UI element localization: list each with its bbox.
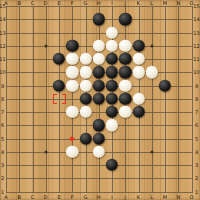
coord-label-right: 2 [195,176,198,181]
coord-label-bottom: O [190,194,194,199]
star-point [44,44,47,47]
black-stone[interactable] [132,106,144,118]
coord-label-bottom: G [84,194,88,199]
coord-label-right: 5 [195,136,198,141]
grid-line-horizontal [6,165,193,166]
marker-corner-bracket [53,100,57,104]
coord-label-right: 14 [193,17,199,22]
marker-corner-bracket [62,100,66,104]
coord-label-bottom: H [97,194,101,199]
coord-label-left: 11 [0,57,6,62]
coord-label-right: 4 [195,149,198,154]
black-stone[interactable] [53,53,65,65]
white-stone[interactable] [93,40,105,52]
black-stone[interactable] [106,79,118,91]
coord-label-bottom: E [57,194,60,199]
black-stone[interactable] [79,132,91,144]
coord-label-bottom: K [137,194,140,199]
white-stone[interactable] [132,66,144,78]
black-stone[interactable] [66,40,78,52]
coord-label-right: 3 [195,163,198,168]
white-stone[interactable] [66,66,78,78]
coord-label-left: 15 [0,4,6,9]
black-stone[interactable] [53,79,65,91]
coord-label-top: J [125,0,126,5]
coord-label-left: 1 [1,189,4,194]
coord-label-top: I [111,0,112,5]
coord-label-left: 3 [1,163,4,168]
coord-label-left: 7 [1,110,4,115]
coord-label-bottom: J [125,194,126,199]
white-stone[interactable] [79,66,91,78]
white-stone[interactable] [119,40,131,52]
black-stone[interactable] [93,79,105,91]
coord-label-bottom: A [4,194,7,199]
white-stone[interactable] [66,53,78,65]
coord-label-bottom: B [18,194,21,199]
black-stone[interactable] [106,53,118,65]
marker-diamond [69,136,75,142]
coord-label-right: 8 [195,96,198,101]
coord-label-top: E [57,0,60,5]
coord-label-left: 14 [0,17,6,22]
coord-label-left: 12 [0,43,6,48]
white-stone[interactable] [66,79,78,91]
coord-label-right: 15 [193,4,199,9]
coord-label-top: B [18,0,21,5]
white-stone[interactable] [146,66,158,78]
black-stone[interactable] [93,119,105,131]
black-stone[interactable] [93,13,105,25]
grid-line-horizontal [6,178,193,179]
black-stone[interactable] [93,66,105,78]
star-point [44,150,47,153]
star-point [150,44,153,47]
white-stone[interactable] [106,119,118,131]
white-stone[interactable] [93,53,105,65]
black-stone[interactable] [119,53,131,65]
coord-label-right: 9 [195,83,198,88]
black-stone[interactable] [132,40,144,52]
black-stone[interactable] [93,132,105,144]
black-stone[interactable] [106,93,118,105]
white-stone[interactable] [132,93,144,105]
black-stone[interactable] [106,106,118,118]
white-stone[interactable] [79,106,91,118]
black-stone[interactable] [159,79,171,91]
star-point [150,150,153,153]
coord-label-right: 13 [193,30,199,35]
black-stone[interactable] [106,159,118,171]
coord-label-left: 13 [0,30,6,35]
marker-corner-bracket [53,94,57,98]
coord-label-top: D [44,0,48,5]
white-stone[interactable] [79,53,91,65]
white-stone[interactable] [119,106,131,118]
coord-label-right: 12 [193,43,199,48]
coord-label-top: G [84,0,88,5]
white-stone[interactable] [106,40,118,52]
coord-label-top: C [31,0,35,5]
white-stone[interactable] [106,26,118,38]
coord-label-top: F [71,0,74,5]
coord-label-bottom: D [44,194,48,199]
black-stone[interactable] [119,66,131,78]
black-stone[interactable] [106,66,118,78]
go-board[interactable]: AABBCCDDEEFFGGHHIIJJKKLLMMNNOO1515141413… [0,0,200,200]
coord-label-bottom: F [71,194,74,199]
coord-label-top: K [137,0,140,5]
white-stone[interactable] [79,79,91,91]
black-stone[interactable] [79,93,91,105]
white-stone[interactable] [93,146,105,158]
coord-label-top: N [176,0,180,5]
white-stone[interactable] [66,106,78,118]
coord-label-bottom: M [163,194,167,199]
black-stone[interactable] [93,93,105,105]
coord-label-left: 4 [1,149,4,154]
coord-label-bottom: L [150,194,153,199]
black-stone[interactable] [119,13,131,25]
coord-label-left: 2 [1,176,4,181]
coord-label-left: 6 [1,123,4,128]
coord-label-right: 7 [195,110,198,115]
coord-label-bottom: I [111,194,112,199]
coord-label-top: H [97,0,101,5]
white-stone[interactable] [119,79,131,91]
coord-label-right: 6 [195,123,198,128]
coord-label-left: 10 [0,70,6,75]
coord-label-top: M [163,0,167,5]
marker-corner-bracket [62,94,66,98]
coord-label-left: 9 [1,83,4,88]
grid-line-vertical [178,6,179,193]
white-stone[interactable] [66,146,78,158]
coord-label-right: 10 [193,70,199,75]
coord-label-right: 11 [193,57,199,62]
coord-label-bottom: C [31,194,35,199]
coord-label-left: 5 [1,136,4,141]
coord-label-bottom: N [176,194,180,199]
black-stone[interactable] [119,93,131,105]
white-stone[interactable] [132,53,144,65]
coord-label-right: 1 [195,189,198,194]
coord-label-left: 8 [1,96,4,101]
coord-label-top: L [150,0,153,5]
